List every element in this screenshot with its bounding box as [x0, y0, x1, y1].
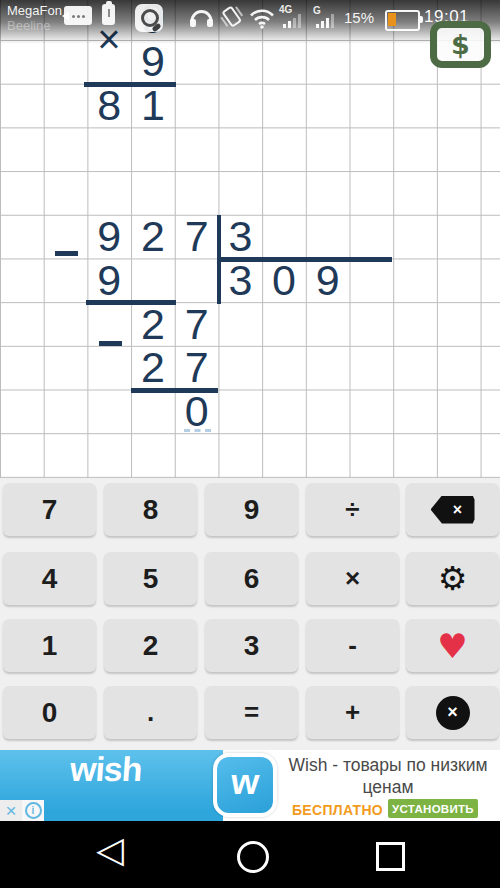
- cell-cursor: [184, 429, 211, 432]
- math-digit: 9: [87, 215, 131, 259]
- key-9[interactable]: 9: [205, 483, 298, 536]
- signal-bars-icon: [283, 12, 303, 28]
- key-plus[interactable]: +: [306, 686, 399, 739]
- key-gear[interactable]: ⚙: [406, 552, 499, 605]
- key-6[interactable]: 6: [205, 552, 298, 605]
- home-button[interactable]: [237, 841, 269, 873]
- battery-percent: 15%: [344, 9, 374, 26]
- key-equals[interactable]: =: [205, 686, 298, 739]
- math-digit: 1: [131, 84, 175, 128]
- currency-widget[interactable]: $: [430, 21, 491, 68]
- heart-icon: ♥: [437, 629, 467, 663]
- sms-icon: [64, 6, 92, 25]
- math-digit: 3: [219, 259, 263, 303]
- key-label: .: [147, 697, 154, 728]
- key-label: 0: [42, 697, 58, 729]
- key-label: =: [244, 697, 259, 728]
- math-digit: 0: [175, 390, 219, 434]
- key-label: 3: [244, 630, 260, 662]
- key-0[interactable]: 0: [3, 686, 96, 739]
- key-8[interactable]: 8: [104, 483, 197, 536]
- subtraction-line-2: [131, 388, 218, 393]
- key-label: 7: [42, 494, 58, 526]
- key-7[interactable]: 7: [3, 483, 96, 536]
- math-digit: 3: [219, 215, 263, 259]
- ad-close-icon[interactable]: ×: [0, 800, 22, 821]
- key-dot[interactable]: .: [104, 686, 197, 739]
- key-label: 8: [143, 494, 159, 526]
- ad-banner[interactable]: wish w Wish - товары по низким ценам БЕС…: [0, 750, 500, 821]
- wish-logo: wish: [69, 750, 143, 789]
- install-button[interactable]: УСТАНОВИТЬ: [388, 799, 478, 818]
- key-1[interactable]: 1: [3, 619, 96, 672]
- key-backspace[interactable]: ×: [406, 483, 499, 536]
- key-label: 4: [42, 563, 58, 595]
- key-3[interactable]: 3: [205, 619, 298, 672]
- math-digit: 9: [131, 40, 175, 84]
- multiplication-underline: [84, 82, 176, 87]
- minus-sign-1: [55, 251, 78, 256]
- division-bracket-horizontal: [218, 257, 392, 262]
- math-digit: 7: [175, 215, 219, 259]
- battery-notification-icon: [102, 4, 115, 25]
- dollar-icon: $: [451, 29, 470, 60]
- close-icon: ×: [436, 696, 470, 730]
- key-label: 9: [244, 494, 260, 526]
- key-label: ×: [345, 563, 360, 594]
- math-digit: 2: [131, 346, 175, 390]
- subtraction-line-1: [86, 300, 176, 305]
- key-5[interactable]: 5: [104, 552, 197, 605]
- carrier-secondary: Beeline: [7, 18, 50, 33]
- android-screen: 99819273930927270 × MegaFon Beeline: [0, 0, 500, 888]
- key-close[interactable]: ×: [406, 686, 499, 739]
- math-digit: 7: [175, 346, 219, 390]
- install-button-label: УСТАНОВИТЬ: [392, 803, 474, 815]
- app-call-icon: [135, 4, 163, 32]
- math-digit: 7: [175, 302, 219, 346]
- math-digit: 8: [87, 84, 131, 128]
- carrier-primary: MegaFon: [7, 3, 62, 18]
- key-label: 6: [244, 563, 260, 595]
- navigation-bar: ◁: [0, 821, 500, 888]
- key-label: +: [345, 697, 360, 728]
- wish-icon-letter: w: [230, 761, 261, 803]
- headphones-icon: [188, 6, 215, 28]
- backspace-icon: ×: [431, 496, 475, 524]
- signal-bars-2-icon: [316, 12, 336, 28]
- key-4[interactable]: 4: [3, 552, 96, 605]
- math-digit: 2: [131, 215, 175, 259]
- key-2[interactable]: 2: [104, 619, 197, 672]
- math-digit: 9: [87, 259, 131, 303]
- key-heart[interactable]: ♥: [406, 619, 499, 672]
- back-button[interactable]: ◁: [96, 832, 124, 868]
- key-label: 5: [143, 563, 159, 595]
- key-label: ÷: [345, 494, 359, 525]
- minus-sign-2: [99, 341, 122, 346]
- key-divide[interactable]: ÷: [306, 483, 399, 536]
- wifi-icon: [247, 7, 277, 29]
- math-digit: 9: [306, 259, 350, 303]
- math-digit: 2: [131, 302, 175, 346]
- ad-price-label: БЕСПЛАТНО: [292, 802, 383, 818]
- ad-info-icon[interactable]: i: [22, 800, 44, 821]
- math-digit: 0: [262, 259, 306, 303]
- recents-button[interactable]: [376, 842, 405, 871]
- vibrate-icon: [219, 4, 245, 30]
- key-label: -: [348, 630, 357, 661]
- key-label: 1: [42, 630, 58, 662]
- key-minus[interactable]: -: [306, 619, 399, 672]
- key-label: 2: [143, 630, 159, 662]
- wish-app-icon[interactable]: w: [213, 753, 277, 817]
- worksheet-grid[interactable]: 99819273930927270 ×: [0, 0, 500, 478]
- key-multiply[interactable]: ×: [306, 552, 399, 605]
- ad-title: Wish - товары по низким ценам: [281, 755, 495, 799]
- gear-icon: ⚙: [438, 562, 468, 595]
- status-bar: MegaFon Beeline 4G: [0, 0, 500, 44]
- battery-icon: [385, 10, 420, 31]
- keypad: 789÷×456×⚙123-♥0.=+×: [0, 478, 500, 750]
